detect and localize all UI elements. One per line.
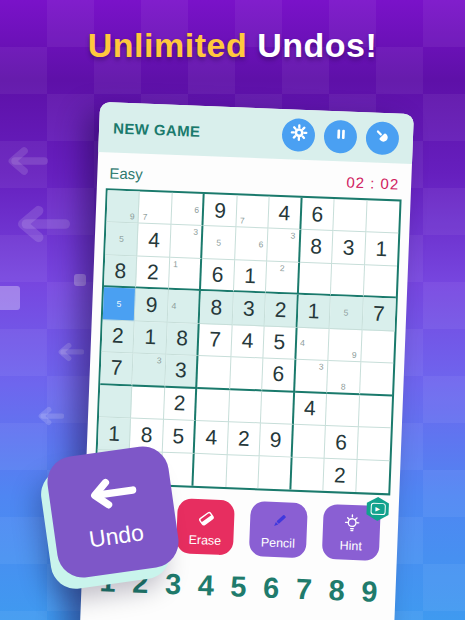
cell-r7c8[interactable] (326, 394, 360, 428)
cell-value: 8 (166, 322, 198, 355)
undo-button[interactable]: Undo (44, 443, 182, 581)
cell-value: 4 (195, 421, 228, 454)
pencil-mark: 5 (116, 234, 126, 244)
lightbulb-icon (339, 512, 364, 538)
cell-value: 9 (204, 194, 237, 227)
cell-value: 2 (227, 422, 260, 455)
cell-r1c1[interactable]: 9 (106, 190, 140, 224)
cell-r7c6[interactable] (261, 391, 295, 425)
pencil-mark: 5 (341, 307, 351, 317)
pause-icon (332, 126, 349, 147)
cell-r4c8[interactable]: 5 (330, 296, 364, 330)
cell-r9c8[interactable]: 2 (323, 458, 357, 492)
numpad-digit-5[interactable]: 5 (230, 570, 247, 604)
numpad-digit-4[interactable]: 4 (197, 569, 214, 603)
cell-value: 1 (134, 321, 167, 354)
cell-r4c1[interactable]: 5 (103, 288, 137, 322)
cell-r1c2[interactable]: 7 (139, 192, 173, 226)
cell-r4c9[interactable]: 7 (362, 298, 396, 332)
bg-square (74, 274, 86, 286)
cell-r4c2[interactable]: 9 (135, 289, 169, 323)
numpad-digit-9[interactable]: 9 (361, 575, 378, 609)
cell-r4c5[interactable]: 3 (232, 293, 266, 327)
pencil-mark: 5 (214, 238, 224, 248)
cell-r1c4[interactable]: 9 (204, 194, 238, 228)
cell-value: 2 (323, 458, 356, 492)
timer: 02 : 02 (346, 173, 399, 192)
cell-r3c4[interactable]: 6 (201, 259, 235, 293)
cell-r8c9[interactable] (357, 427, 391, 461)
cell-value: 7 (100, 352, 133, 384)
cell-value: 1 (98, 417, 131, 450)
cell-r3c5[interactable]: 1 (234, 260, 268, 294)
cell-r5c1[interactable]: 2 (102, 320, 136, 354)
erase-label: Erase (188, 532, 221, 547)
cell-value: 4 (269, 197, 301, 230)
numpad-digit-2[interactable]: 2 (132, 567, 149, 601)
pencil-mark: 1 (171, 259, 181, 269)
cell-r3c6[interactable]: 2 (266, 261, 300, 295)
cell-r7c3[interactable]: 2 (164, 387, 198, 421)
cell-r2c5[interactable]: 6 (235, 228, 269, 262)
cell-value: 9 (260, 423, 292, 456)
pencil-mark: 7 (237, 216, 247, 226)
settings-button[interactable] (281, 117, 315, 151)
cell-r5c4[interactable]: 7 (199, 324, 233, 358)
cell-value: 5 (264, 326, 296, 359)
undo-label: Undo (87, 519, 145, 553)
cell-r8c8[interactable]: 6 (325, 426, 359, 460)
cell-r9c6[interactable] (259, 456, 293, 490)
numpad-digit-6[interactable]: 6 (263, 572, 280, 606)
pencil-mark: 9 (349, 350, 359, 360)
pencil-mark: 6 (256, 239, 266, 249)
cell-value: 1 (297, 295, 330, 328)
numpad-digit-8[interactable]: 8 (328, 574, 345, 608)
headline: Unlimited Undos! (0, 26, 465, 65)
cell-r5c5[interactable]: 4 (231, 325, 265, 359)
cell-r2c9[interactable]: 1 (365, 233, 399, 267)
cell-r6c9[interactable] (360, 362, 394, 396)
cell-r6c4[interactable] (198, 356, 232, 390)
cell-value: 2 (265, 294, 297, 327)
cell-r7c4[interactable] (196, 389, 230, 423)
hint-label: Hint (339, 538, 362, 553)
cell-r8c5[interactable]: 2 (227, 422, 261, 456)
cell-r2c1[interactable]: 5 (105, 223, 139, 257)
pencil-label: Pencil (261, 535, 296, 550)
cell-r1c5[interactable]: 7 (236, 195, 270, 229)
cell-r8c7[interactable] (292, 425, 326, 459)
cell-r9c4[interactable] (194, 453, 228, 487)
pause-button[interactable] (323, 119, 357, 153)
cell-value: 6 (262, 359, 294, 391)
cell-r7c1[interactable] (99, 385, 133, 419)
cell-r2c7[interactable]: 8 (300, 230, 334, 264)
cell-r3c1[interactable]: 8 (104, 255, 138, 289)
cell-r4c3[interactable]: 4 (168, 290, 202, 324)
cell-r1c6[interactable]: 4 (269, 197, 303, 231)
pencil-icon (266, 509, 291, 535)
cell-value: 1 (365, 233, 399, 266)
cell-r1c9[interactable] (366, 200, 400, 234)
bg-arrow-icon (36, 406, 64, 426)
cell-value: 2 (136, 256, 169, 288)
cell-r6c3[interactable]: 3 (165, 355, 199, 389)
cell-r8c4[interactable]: 4 (195, 421, 229, 455)
cell-r6c8[interactable]: 8 (327, 361, 361, 395)
cell-r1c8[interactable] (333, 199, 367, 233)
cell-value: 8 (104, 255, 137, 287)
cell-r2c4[interactable]: 5 (202, 226, 236, 260)
cell-r7c5[interactable] (229, 390, 263, 424)
cell-r9c7[interactable] (291, 457, 325, 491)
cell-r2c3[interactable]: 3 (170, 225, 204, 259)
difficulty-label: Easy (109, 164, 143, 182)
cell-r9c9[interactable] (356, 460, 390, 494)
cell-r3c3[interactable]: 1 (169, 258, 203, 292)
cell-r6c5[interactable] (230, 357, 264, 391)
cell-r7c2[interactable] (131, 386, 165, 420)
cell-value: 6 (325, 426, 358, 459)
gear-icon (288, 122, 309, 147)
pencil-mark: 4 (169, 301, 179, 311)
pencil-button[interactable]: Pencil (249, 501, 308, 558)
cell-r1c3[interactable]: 6 (171, 193, 205, 227)
cell-r2c8[interactable]: 3 (332, 231, 366, 265)
cell-r5c6[interactable]: 5 (264, 326, 298, 360)
cell-value: 8 (200, 291, 233, 324)
cell-r3c9[interactable] (363, 265, 397, 299)
cell-r1c7[interactable]: 6 (301, 198, 335, 232)
cell-value: 1 (234, 260, 267, 292)
pencil-mark: 3 (316, 362, 326, 372)
cell-r5c8[interactable]: 9 (328, 329, 362, 363)
theme-button[interactable] (365, 121, 399, 155)
cell-value: 3 (232, 293, 265, 326)
pencil-mark: 4 (297, 338, 307, 348)
cell-r5c2[interactable]: 1 (134, 321, 168, 355)
cell-value: 9 (135, 289, 168, 322)
cell-r6c6[interactable]: 6 (262, 359, 296, 393)
eraser-icon (193, 506, 218, 532)
cell-r2c2[interactable]: 4 (138, 224, 172, 258)
cell-value: 4 (138, 224, 171, 257)
cell-value: 8 (300, 230, 333, 263)
video-play-icon: ▶ (370, 503, 385, 516)
numpad-digit-3[interactable]: 3 (164, 568, 181, 602)
new-game-title: NEW GAME (113, 119, 274, 142)
pencil-mark: 6 (192, 204, 202, 214)
cell-r5c7[interactable]: 4 (296, 327, 330, 361)
pencil-mark: 7 (140, 212, 150, 222)
cell-r7c9[interactable] (358, 395, 392, 429)
cell-r2c6[interactable]: 3 (267, 229, 301, 263)
cell-r8c6[interactable]: 9 (260, 423, 294, 457)
video-hint-badge: ▶ (365, 496, 390, 521)
pencil-mark: 8 (338, 381, 348, 391)
pencil-mark: 3 (288, 231, 298, 241)
pencil-mark: 9 (127, 212, 137, 222)
cell-r5c3[interactable]: 8 (166, 322, 200, 356)
cell-value: 2 (164, 387, 196, 420)
headline-word-2: Undos! (257, 26, 377, 64)
bg-square (0, 286, 20, 310)
erase-button[interactable]: Erase (176, 498, 235, 555)
promo-screen: Unlimited Undos! NEW GAME (0, 0, 465, 620)
cell-r3c8[interactable] (331, 264, 365, 298)
brush-icon (373, 126, 393, 150)
pencil-mark: 5 (114, 299, 124, 309)
numpad-digit-7[interactable]: 7 (295, 573, 312, 607)
cell-value: 6 (301, 198, 334, 231)
bg-arrow-icon (12, 204, 70, 244)
bg-arrow-icon (56, 342, 84, 362)
cell-value: 7 (199, 324, 232, 357)
pencil-mark: 3 (191, 227, 201, 237)
cell-value: 4 (231, 325, 264, 358)
pencil-mark: 2 (277, 263, 287, 273)
cell-value: 2 (102, 320, 135, 353)
undo-arrow-icon (81, 471, 140, 518)
hint-button[interactable]: Hint ▶ (322, 504, 381, 561)
cell-r4c7[interactable]: 1 (297, 295, 331, 329)
cell-r3c2[interactable]: 2 (136, 256, 170, 290)
bg-arrow-icon (4, 146, 48, 176)
cell-r8c3[interactable]: 5 (163, 420, 197, 454)
cell-r8c1[interactable]: 1 (98, 417, 132, 451)
cell-r9c5[interactable] (226, 455, 260, 489)
cell-value: 6 (201, 259, 234, 291)
pencil-mark: 3 (154, 355, 164, 365)
cell-value: 4 (294, 392, 327, 425)
cell-r3c7[interactable] (299, 263, 333, 297)
cell-r7c7[interactable]: 4 (294, 392, 328, 426)
cell-r6c7[interactable]: 3 (295, 360, 329, 394)
cell-r6c2[interactable]: 3 (133, 354, 167, 388)
cell-value: 3 (165, 355, 197, 387)
headline-word-1: Unlimited (88, 26, 247, 64)
cell-r4c6[interactable]: 2 (265, 294, 299, 328)
cell-value: 7 (362, 298, 396, 331)
cell-r4c4[interactable]: 8 (200, 291, 234, 325)
cell-value: 3 (332, 231, 365, 264)
cell-r5c9[interactable] (361, 330, 395, 364)
cell-r6c1[interactable]: 7 (100, 352, 134, 386)
cell-value: 5 (163, 420, 195, 453)
